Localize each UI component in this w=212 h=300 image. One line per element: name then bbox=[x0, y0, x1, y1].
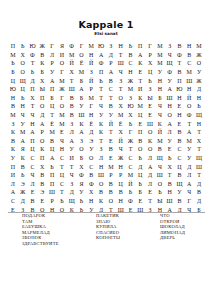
grid-cell: Ь bbox=[28, 68, 38, 77]
grid-cell: А bbox=[184, 180, 194, 189]
grid-cell: Щ bbox=[165, 59, 175, 68]
grid-cell: Щ bbox=[155, 154, 165, 163]
grid-cell: К bbox=[96, 197, 106, 206]
grid-cell: Т bbox=[67, 76, 77, 85]
grid-cell: Д bbox=[37, 111, 47, 120]
grid-cell: Г bbox=[47, 42, 57, 51]
grid-cell: А bbox=[77, 85, 87, 94]
grid-cell: Ф bbox=[184, 111, 194, 120]
grid-cell: Н bbox=[175, 94, 185, 103]
grid-cell: Ь bbox=[135, 154, 145, 163]
grid-cell: Б bbox=[155, 94, 165, 103]
grid-cell: Д bbox=[106, 51, 116, 60]
grid-cell: З bbox=[165, 42, 175, 51]
grid-cell: У bbox=[106, 111, 116, 120]
grid-cell: Х bbox=[67, 68, 77, 77]
grid-cell: М bbox=[194, 42, 204, 51]
grid-cell: Ю bbox=[28, 42, 38, 51]
grid-cell: Б bbox=[135, 188, 145, 197]
grid-cell: Ж bbox=[116, 154, 126, 163]
grid-cell: Т bbox=[184, 119, 194, 128]
grid-cell: В bbox=[155, 145, 165, 154]
grid-cell: Н bbox=[165, 188, 175, 197]
grid-cell: В bbox=[106, 145, 116, 154]
grid-cell: О bbox=[57, 102, 67, 111]
grid-cell: П bbox=[28, 85, 38, 94]
grid-cell: П bbox=[8, 162, 18, 171]
word-search-grid: ПЬЮЖГЯФГМЮЗНЬПГМЗВНММХФВЛИМОНАДТВАРМЧФВЖ… bbox=[8, 42, 204, 214]
grid-cell: Н bbox=[155, 85, 165, 94]
grid-cell: У bbox=[47, 68, 57, 77]
grid-cell: О bbox=[194, 59, 204, 68]
grid-cell: С bbox=[126, 154, 136, 163]
grid-cell: Э bbox=[86, 137, 96, 146]
grid-cell: Т bbox=[106, 128, 116, 137]
grid-cell: М bbox=[18, 128, 28, 137]
grid-cell: Н bbox=[116, 197, 126, 206]
grid-cell: Ч bbox=[155, 162, 165, 171]
grid-cell: О bbox=[145, 128, 155, 137]
worksheet-page: Kappale 1 Etsi sanat ПЬЮЖГЯФГМЮЗНЬПГМЗВН… bbox=[0, 0, 212, 300]
grid-cell: М bbox=[126, 85, 136, 94]
grid-cell: Р bbox=[47, 59, 57, 68]
grid-cell: А bbox=[28, 128, 38, 137]
grid-cell: У bbox=[184, 154, 194, 163]
grid-cell: Ж bbox=[18, 188, 28, 197]
grid-cell: З bbox=[106, 42, 116, 51]
grid-cell: Ц bbox=[135, 171, 145, 180]
grid-cell: Т bbox=[116, 85, 126, 94]
word-list-column-1: ПОДАРОКТАМБАБУШКАМАРМЕЛАДЗВОНОКЗДРАВСТВУ… bbox=[22, 213, 59, 247]
grid-cell: Е bbox=[165, 145, 175, 154]
grid-cell: Ц bbox=[47, 145, 57, 154]
grid-cell: П bbox=[8, 42, 18, 51]
grid-cell: Т bbox=[57, 188, 67, 197]
grid-cell: Х bbox=[165, 162, 175, 171]
grid-cell: В bbox=[67, 111, 77, 120]
grid-cell: Ь bbox=[77, 197, 87, 206]
grid-cell: Т bbox=[28, 102, 38, 111]
grid-cell: Ч bbox=[28, 171, 38, 180]
grid-cell: Ш bbox=[145, 119, 155, 128]
grid-cell: Л bbox=[145, 154, 155, 163]
grid-cell: М bbox=[57, 111, 67, 120]
grid-cell: З bbox=[67, 180, 77, 189]
grid-cell: Г bbox=[126, 128, 136, 137]
grid-cell: З bbox=[8, 119, 18, 128]
grid-cell: Н bbox=[165, 102, 175, 111]
grid-cell: Т bbox=[116, 51, 126, 60]
grid-cell: Х bbox=[116, 128, 126, 137]
grid-cell: Д bbox=[18, 197, 28, 206]
grid-cell: М bbox=[8, 51, 18, 60]
grid-cell: Ж bbox=[126, 137, 136, 146]
grid-cell: А bbox=[77, 128, 87, 137]
grid-cell: Ч bbox=[18, 111, 28, 120]
grid-cell: Ь bbox=[145, 76, 155, 85]
grid-cell: О bbox=[96, 180, 106, 189]
grid-cell: М bbox=[57, 76, 67, 85]
page-subtitle: Etsi sanat bbox=[0, 31, 212, 36]
grid-cell: Б bbox=[8, 68, 18, 77]
grid-cell: К bbox=[155, 119, 165, 128]
grid-cell: Г bbox=[184, 197, 194, 206]
grid-cell: Ж bbox=[57, 85, 67, 94]
grid-cell: Ч bbox=[96, 102, 106, 111]
grid-cell: В bbox=[8, 102, 18, 111]
grid-cell: Ч bbox=[165, 51, 175, 60]
grid-cell: П bbox=[37, 154, 47, 163]
grid-cell: П bbox=[47, 180, 57, 189]
grid-cell: Н bbox=[86, 111, 96, 120]
grid-cell: Ы bbox=[145, 94, 155, 103]
grid-cell: П bbox=[135, 128, 145, 137]
grid-cell: О bbox=[155, 180, 165, 189]
grid-cell: Й bbox=[116, 137, 126, 146]
grid-cell: Ф bbox=[96, 59, 106, 68]
grid-cell: Е bbox=[175, 102, 185, 111]
grid-cell: А bbox=[135, 51, 145, 60]
grid-cell: В bbox=[175, 128, 185, 137]
grid-cell: Й bbox=[86, 59, 96, 68]
grid-cell: Ш bbox=[96, 171, 106, 180]
grid-cell: О bbox=[165, 111, 175, 120]
grid-cell: М bbox=[8, 111, 18, 120]
grid-cell: В bbox=[37, 51, 47, 60]
grid-cell: К bbox=[96, 128, 106, 137]
grid-cell: А bbox=[67, 137, 77, 146]
grid-cell: Й bbox=[67, 59, 77, 68]
grid-cell: Й bbox=[184, 94, 194, 103]
grid-cell: Ф bbox=[28, 51, 38, 60]
grid-cell: Е bbox=[28, 188, 38, 197]
grid-cell: Н bbox=[194, 119, 204, 128]
grid-cell: Ь bbox=[57, 197, 67, 206]
grid-cell: Щ bbox=[194, 154, 204, 163]
grid-cell: Г bbox=[57, 94, 67, 103]
grid-cell: С bbox=[126, 162, 136, 171]
grid-cell: О bbox=[77, 145, 87, 154]
grid-cell: М bbox=[116, 111, 126, 120]
grid-cell: Н bbox=[116, 42, 126, 51]
grid-cell: И bbox=[8, 171, 18, 180]
word-list-column-2: ПАКЕТИКЗНАЮКУПИЛАСПАСИБОКОНФЕТЫ bbox=[96, 213, 120, 241]
grid-cell: Ь bbox=[96, 76, 106, 85]
grid-cell: П bbox=[47, 85, 57, 94]
grid-cell: Ф bbox=[67, 42, 77, 51]
grid-cell: В bbox=[175, 197, 185, 206]
grid-cell: В bbox=[106, 188, 116, 197]
grid-cell: Б bbox=[47, 94, 57, 103]
grid-cell: Ю bbox=[8, 85, 18, 94]
grid-cell: Р bbox=[106, 171, 116, 180]
grid-cell: Д bbox=[194, 85, 204, 94]
grid-cell: М bbox=[135, 102, 145, 111]
grid-cell: К bbox=[135, 94, 145, 103]
grid-cell: У bbox=[86, 145, 96, 154]
grid-cell: Ж bbox=[37, 42, 47, 51]
grid-cell: Р bbox=[37, 128, 47, 137]
grid-cell: М bbox=[184, 137, 194, 146]
grid-cell: Ш bbox=[47, 188, 57, 197]
grid-cell: Т bbox=[145, 197, 155, 206]
grid-cell: М bbox=[126, 171, 136, 180]
grid-cell: Т bbox=[194, 128, 204, 137]
grid-cell: О bbox=[37, 102, 47, 111]
grid-cell: М bbox=[155, 137, 165, 146]
grid-cell: О bbox=[106, 197, 116, 206]
grid-cell: Х bbox=[37, 162, 47, 171]
grid-cell: С bbox=[184, 59, 194, 68]
word-list-item: КОНФЕТЫ bbox=[96, 235, 120, 241]
grid-cell: Ш bbox=[67, 85, 77, 94]
grid-cell: Е bbox=[57, 128, 67, 137]
grid-cell: У bbox=[194, 68, 204, 77]
grid-cell: В bbox=[28, 197, 38, 206]
word-list-item: ПАКЕТИК bbox=[96, 213, 120, 219]
word-list-item: ШОКОЛАД bbox=[160, 224, 185, 230]
grid-cell: В bbox=[37, 180, 47, 189]
word-list-column-3: ЧТООТКРОЙШОКОЛАДЛИМОНАДДВЕРЬ bbox=[160, 213, 185, 241]
grid-cell: С bbox=[106, 85, 116, 94]
grid-cell: У bbox=[77, 188, 87, 197]
grid-cell: Ш bbox=[155, 171, 165, 180]
grid-cell: Ф bbox=[77, 171, 87, 180]
grid-cell: П bbox=[96, 68, 106, 77]
grid-cell: Я bbox=[77, 180, 87, 189]
grid-cell: Д bbox=[28, 76, 38, 85]
grid-cell: В bbox=[37, 171, 47, 180]
grid-cell: Е bbox=[106, 137, 116, 146]
grid-cell: П bbox=[28, 137, 38, 146]
grid-cell: М bbox=[67, 51, 77, 60]
grid-cell: Х bbox=[86, 188, 96, 197]
grid-cell: О bbox=[86, 154, 96, 163]
grid-cell: П bbox=[47, 171, 57, 180]
grid-cell: К bbox=[77, 119, 87, 128]
grid-cell: И bbox=[57, 51, 67, 60]
grid-cell: М bbox=[155, 51, 165, 60]
grid-cell: Х bbox=[145, 59, 155, 68]
grid-cell: Т bbox=[47, 111, 57, 120]
grid-cell: Е bbox=[135, 119, 145, 128]
grid-cell: Н bbox=[126, 68, 136, 77]
grid-cell: Ц bbox=[47, 102, 57, 111]
grid-cell: Е bbox=[145, 102, 155, 111]
grid-cell: Н bbox=[175, 111, 185, 120]
grid-cell: Р bbox=[145, 51, 155, 60]
grid-cell: Д bbox=[145, 171, 155, 180]
grid-cell: С bbox=[126, 59, 136, 68]
grid-cell: Ь bbox=[18, 171, 28, 180]
grid-cell: Т bbox=[135, 76, 145, 85]
grid-cell: У bbox=[96, 111, 106, 120]
grid-cell: Н bbox=[8, 94, 18, 103]
grid-cell: Ь bbox=[18, 42, 28, 51]
grid-cell: Ч bbox=[184, 188, 194, 197]
grid-cell: Т bbox=[67, 162, 77, 171]
grid-cell: Н bbox=[96, 162, 106, 171]
grid-cell: К bbox=[37, 145, 47, 154]
grid-cell: Т bbox=[194, 145, 204, 154]
grid-cell: У bbox=[175, 188, 185, 197]
grid-cell: В bbox=[165, 180, 175, 189]
grid-cell: Б bbox=[77, 94, 87, 103]
grid-cell: У bbox=[165, 137, 175, 146]
grid-cell: О bbox=[57, 59, 67, 68]
grid-cell: Ф bbox=[86, 180, 96, 189]
grid-cell: В bbox=[106, 102, 116, 111]
grid-cell: А bbox=[165, 85, 175, 94]
grid-cell: Ц bbox=[145, 68, 155, 77]
grid-cell: Д bbox=[194, 180, 204, 189]
grid-cell: У bbox=[67, 145, 77, 154]
grid-cell: Ч bbox=[28, 111, 38, 120]
grid-cell: Й bbox=[86, 76, 96, 85]
grid-cell: Е bbox=[145, 111, 155, 120]
grid-cell: Ж bbox=[126, 76, 136, 85]
grid-cell: Л bbox=[28, 180, 38, 189]
grid-cell: Д bbox=[184, 162, 194, 171]
word-list-item: КУПИЛА bbox=[96, 224, 120, 230]
grid-cell: Ф bbox=[175, 51, 185, 60]
grid-cell: Ы bbox=[37, 85, 47, 94]
grid-cell: Ц bbox=[135, 111, 145, 120]
grid-cell: Й bbox=[155, 128, 165, 137]
grid-cell: Ф bbox=[165, 68, 175, 77]
grid-cell: И bbox=[67, 154, 77, 163]
grid-cell: В bbox=[106, 180, 116, 189]
grid-cell: В bbox=[135, 137, 145, 146]
grid-cell: С bbox=[175, 145, 185, 154]
grid-cell: Л bbox=[67, 128, 77, 137]
grid-cell: Р bbox=[47, 197, 57, 206]
grid-cell: Л bbox=[184, 171, 194, 180]
grid-cell: К bbox=[8, 145, 18, 154]
grid-cell: Н bbox=[86, 51, 96, 60]
grid-cell: М bbox=[86, 42, 96, 51]
grid-cell: Т bbox=[57, 162, 67, 171]
grid-cell: Н bbox=[184, 42, 194, 51]
grid-cell: З bbox=[116, 76, 126, 85]
grid-cell: А bbox=[184, 128, 194, 137]
grid-cell: Х bbox=[37, 76, 47, 85]
grid-cell: А bbox=[106, 68, 116, 77]
grid-cell: В bbox=[175, 137, 185, 146]
grid-cell: О bbox=[37, 137, 47, 146]
grid-cell: Ц bbox=[175, 162, 185, 171]
grid-cell: В bbox=[126, 51, 136, 60]
grid-cell: Н bbox=[28, 119, 38, 128]
grid-cell: Ф bbox=[126, 197, 136, 206]
grid-cell: Н bbox=[194, 94, 204, 103]
grid-cell: Т bbox=[96, 94, 106, 103]
grid-cell: Й bbox=[126, 180, 136, 189]
grid-cell: Л bbox=[145, 180, 155, 189]
grid-cell: З bbox=[86, 68, 96, 77]
grid-cell: О bbox=[135, 145, 145, 154]
grid-cell: Д bbox=[86, 128, 96, 137]
grid-cell: Т bbox=[165, 171, 175, 180]
grid-cell: А bbox=[145, 162, 155, 171]
grid-cell: У bbox=[77, 102, 87, 111]
grid-cell: М bbox=[106, 162, 116, 171]
grid-cell: А bbox=[18, 137, 28, 146]
grid-cell: Ы bbox=[155, 197, 165, 206]
grid-cell: Е bbox=[175, 119, 185, 128]
grid-cell: Ш bbox=[77, 111, 87, 120]
grid-cell: Г bbox=[77, 42, 87, 51]
grid-cell: У bbox=[155, 68, 165, 77]
grid-cell: Ь bbox=[47, 162, 57, 171]
grid-cell: В bbox=[67, 102, 77, 111]
grid-cell: С bbox=[8, 197, 18, 206]
grid-cell: Х bbox=[126, 111, 136, 120]
grid-cell: Щ bbox=[194, 111, 204, 120]
grid-cell: М bbox=[155, 59, 165, 68]
grid-cell: О bbox=[116, 94, 126, 103]
grid-cell: Ю bbox=[175, 85, 185, 94]
grid-cell: Ц bbox=[18, 85, 28, 94]
grid-cell: В bbox=[8, 137, 18, 146]
grid-cell: Ч bbox=[155, 102, 165, 111]
grid-cell: В bbox=[184, 51, 194, 60]
grid-cell: Н bbox=[155, 76, 165, 85]
word-list-item: ЗДРАВСТВУЙТЕ bbox=[22, 241, 59, 247]
grid-cell: Т bbox=[96, 85, 106, 94]
grid-cell: В bbox=[175, 68, 185, 77]
grid-cell: Ш bbox=[184, 76, 194, 85]
grid-cell: У bbox=[8, 154, 18, 163]
grid-cell: А bbox=[47, 154, 57, 163]
grid-cell: Х bbox=[18, 51, 28, 60]
grid-cell: Ь bbox=[126, 42, 136, 51]
grid-cell: Я bbox=[57, 42, 67, 51]
grid-cell: З bbox=[96, 145, 106, 154]
grid-cell: Л bbox=[8, 180, 18, 189]
grid-cell: Ч bbox=[67, 171, 77, 180]
grid-cell: Т bbox=[28, 59, 38, 68]
grid-cell: У bbox=[184, 145, 194, 154]
grid-cell: В bbox=[116, 188, 126, 197]
grid-cell: К bbox=[96, 119, 106, 128]
grid-cell: Р bbox=[116, 171, 126, 180]
grid-cell: П bbox=[37, 94, 47, 103]
grid-cell: Щ bbox=[18, 76, 28, 85]
grid-cell: И bbox=[135, 85, 145, 94]
grid-cell: Н bbox=[184, 85, 194, 94]
grid-cell: В bbox=[96, 188, 106, 197]
grid-cell: Т bbox=[175, 59, 185, 68]
grid-cell: Ь bbox=[155, 188, 165, 197]
grid-cell: Ь bbox=[8, 59, 18, 68]
grid-cell: Е bbox=[37, 197, 47, 206]
grid-cell: Ё bbox=[47, 119, 57, 128]
grid-cell: Л bbox=[96, 154, 106, 163]
grid-cell: С bbox=[28, 162, 38, 171]
grid-cell: Б bbox=[77, 76, 87, 85]
grid-cell: Ь bbox=[126, 119, 136, 128]
grid-cell: Ш bbox=[165, 94, 175, 103]
grid-cell: Б bbox=[77, 154, 87, 163]
grid-cell: В bbox=[194, 188, 204, 197]
grid-cell: А bbox=[37, 119, 47, 128]
grid-cell: Е bbox=[145, 188, 155, 197]
grid-cell: Ж bbox=[194, 76, 204, 85]
grid-cell: Г bbox=[57, 68, 67, 77]
grid-cell: М bbox=[57, 119, 67, 128]
grid-cell: К bbox=[18, 154, 28, 163]
